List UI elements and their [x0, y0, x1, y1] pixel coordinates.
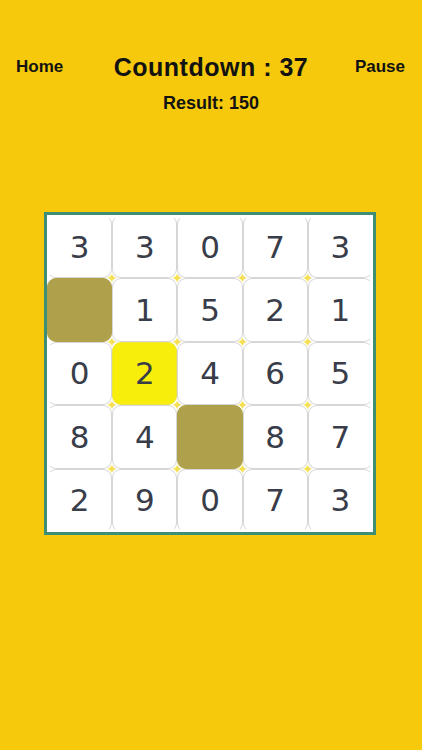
cell-number: 4: [135, 419, 155, 455]
grid-cell-r4c1[interactable]: 8: [47, 405, 112, 468]
grid-cell-r2c1[interactable]: [47, 278, 112, 341]
cell-number: 7: [265, 229, 285, 265]
cell-number: 5: [331, 355, 351, 391]
cell-number: 3: [135, 229, 155, 265]
grid-cell-r1c3[interactable]: 0: [177, 215, 242, 278]
grid-cell-r3c1[interactable]: 0: [47, 342, 112, 405]
grid-cell-r4c3[interactable]: [177, 405, 242, 468]
cell-number: 2: [70, 482, 90, 518]
grid-cell-r3c4[interactable]: 6: [243, 342, 308, 405]
cell-number: 3: [70, 229, 90, 265]
grid-cell-r3c2[interactable]: 2: [112, 342, 177, 405]
cell-number: 8: [265, 419, 285, 455]
cell-number: 4: [200, 355, 220, 391]
cell-number: 3: [331, 229, 351, 265]
grid-cell-r2c4[interactable]: 2: [243, 278, 308, 341]
cell-number: 1: [331, 292, 351, 328]
grid-cell-r1c5[interactable]: 3: [308, 215, 373, 278]
grid-cell-r3c5[interactable]: 5: [308, 342, 373, 405]
grid-cell-r2c5[interactable]: 1: [308, 278, 373, 341]
home-button[interactable]: Home: [16, 52, 63, 82]
grid-cell-r4c5[interactable]: 7: [308, 405, 373, 468]
cell-number: 2: [135, 355, 155, 391]
grid-cell-r4c4[interactable]: 8: [243, 405, 308, 468]
grid-cell-r2c3[interactable]: 5: [177, 278, 242, 341]
result-text: Result: 150: [0, 93, 422, 114]
board-grid: 33073152102465848729073: [47, 215, 373, 532]
grid-cell-r5c3[interactable]: 0: [177, 469, 242, 532]
cell-number: 1: [135, 292, 155, 328]
grid-cell-r3c3[interactable]: 4: [177, 342, 242, 405]
cell-number: 0: [70, 355, 90, 391]
grid-cell-r1c2[interactable]: 3: [112, 215, 177, 278]
cell-number: 2: [265, 292, 285, 328]
cell-number: 0: [200, 482, 220, 518]
cell-number: 6: [265, 355, 285, 391]
cell-number: 5: [200, 292, 220, 328]
pause-button[interactable]: Pause: [355, 52, 405, 82]
grid-cell-r5c2[interactable]: 9: [112, 469, 177, 532]
header-bar: Home Countdown : 37 Pause: [0, 52, 422, 82]
game-board: 33073152102465848729073 ✦✦✦✦✦✦✦✦✦✦✦✦✦✦✦✦: [44, 212, 376, 535]
cell-number: 7: [265, 482, 285, 518]
cell-number: 0: [200, 229, 220, 265]
cell-number: 7: [331, 419, 351, 455]
grid-cell-r1c4[interactable]: 7: [243, 215, 308, 278]
cell-number: 8: [70, 419, 90, 455]
grid-cell-r2c2[interactable]: 1: [112, 278, 177, 341]
grid-cell-r5c4[interactable]: 7: [243, 469, 308, 532]
cell-number: 3: [331, 482, 351, 518]
grid-cell-r1c1[interactable]: 3: [47, 215, 112, 278]
grid-cell-r4c2[interactable]: 4: [112, 405, 177, 468]
grid-cell-r5c5[interactable]: 3: [308, 469, 373, 532]
grid-cell-r5c1[interactable]: 2: [47, 469, 112, 532]
cell-number: 9: [135, 482, 155, 518]
